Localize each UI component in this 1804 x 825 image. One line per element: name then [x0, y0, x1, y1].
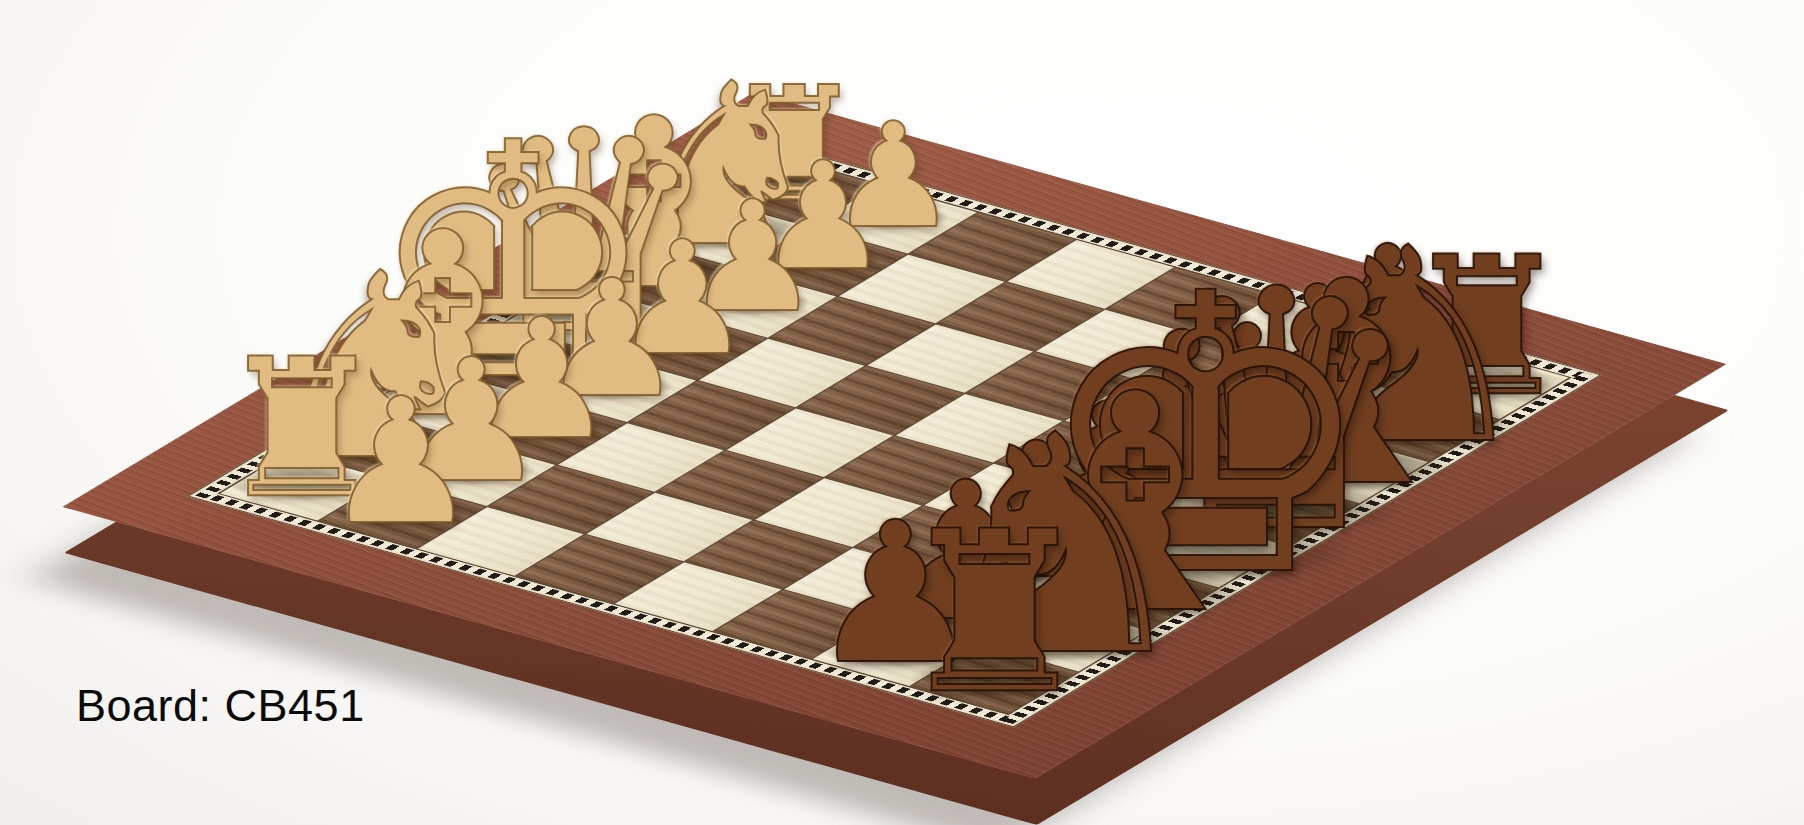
black-rook-h8: ♜ — [883, 502, 1106, 725]
product-photo-scene: ♜♞♝♛♚♝♞♜♟♟♟♟♟♟♟♟♟♟♟♟♟♟♟♟♜♞♝♛♚♝♞♜ Board: … — [0, 0, 1804, 825]
board-model-caption: Board: CB451 — [76, 680, 365, 732]
white-pawn-h2: ♟ — [314, 375, 488, 549]
